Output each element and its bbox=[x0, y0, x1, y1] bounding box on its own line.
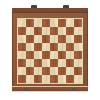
square-g6[interactable] bbox=[66, 35, 74, 43]
square-d1[interactable] bbox=[42, 75, 50, 83]
square-e2[interactable] bbox=[50, 67, 58, 75]
square-f1[interactable] bbox=[58, 75, 66, 83]
square-b8[interactable] bbox=[26, 19, 34, 27]
square-f3[interactable] bbox=[58, 59, 66, 67]
square-h3[interactable] bbox=[74, 59, 82, 67]
square-h2[interactable] bbox=[74, 67, 82, 75]
square-d4[interactable] bbox=[42, 51, 50, 59]
board-grid bbox=[17, 18, 83, 84]
square-d3[interactable] bbox=[42, 59, 50, 67]
square-g4[interactable] bbox=[66, 51, 74, 59]
square-b1[interactable] bbox=[26, 75, 34, 83]
square-h6[interactable] bbox=[74, 35, 82, 43]
square-c7[interactable] bbox=[34, 27, 42, 35]
square-c1[interactable] bbox=[34, 75, 42, 83]
square-a3[interactable] bbox=[18, 59, 26, 67]
square-a5[interactable] bbox=[18, 43, 26, 51]
square-a4[interactable] bbox=[18, 51, 26, 59]
square-f5[interactable] bbox=[58, 43, 66, 51]
square-h5[interactable] bbox=[74, 43, 82, 51]
square-d2[interactable] bbox=[42, 67, 50, 75]
square-e5[interactable] bbox=[50, 43, 58, 51]
square-f7[interactable] bbox=[58, 27, 66, 35]
square-b5[interactable] bbox=[26, 43, 34, 51]
square-c3[interactable] bbox=[34, 59, 42, 67]
clasp-left-icon bbox=[24, 88, 28, 91]
chess-board bbox=[12, 8, 88, 91]
square-e3[interactable] bbox=[50, 59, 58, 67]
square-f6[interactable] bbox=[58, 35, 66, 43]
square-e7[interactable] bbox=[50, 27, 58, 35]
square-b3[interactable] bbox=[26, 59, 34, 67]
square-b6[interactable] bbox=[26, 35, 34, 43]
square-f2[interactable] bbox=[58, 67, 66, 75]
square-d5[interactable] bbox=[42, 43, 50, 51]
square-b4[interactable] bbox=[26, 51, 34, 59]
square-g5[interactable] bbox=[66, 43, 74, 51]
square-g2[interactable] bbox=[66, 67, 74, 75]
square-c2[interactable] bbox=[34, 67, 42, 75]
square-e1[interactable] bbox=[50, 75, 58, 83]
square-h4[interactable] bbox=[74, 51, 82, 59]
square-a1[interactable] bbox=[18, 75, 26, 83]
square-e6[interactable] bbox=[50, 35, 58, 43]
square-a7[interactable] bbox=[18, 27, 26, 35]
square-g3[interactable] bbox=[66, 59, 74, 67]
clasp-right-icon bbox=[72, 88, 76, 91]
screenshot-canvas bbox=[0, 0, 100, 100]
square-b7[interactable] bbox=[26, 27, 34, 35]
square-g1[interactable] bbox=[66, 75, 74, 83]
square-d8[interactable] bbox=[42, 19, 50, 27]
square-e8[interactable] bbox=[50, 19, 58, 27]
square-b2[interactable] bbox=[26, 67, 34, 75]
square-h1[interactable] bbox=[74, 75, 82, 83]
square-g8[interactable] bbox=[66, 19, 74, 27]
square-h8[interactable] bbox=[74, 19, 82, 27]
square-h7[interactable] bbox=[74, 27, 82, 35]
square-a6[interactable] bbox=[18, 35, 26, 43]
square-a2[interactable] bbox=[18, 67, 26, 75]
board-back-edge bbox=[12, 8, 88, 13]
square-a8[interactable] bbox=[18, 19, 26, 27]
square-c5[interactable] bbox=[34, 43, 42, 51]
square-d7[interactable] bbox=[42, 27, 50, 35]
square-f4[interactable] bbox=[58, 51, 66, 59]
square-c6[interactable] bbox=[34, 35, 42, 43]
square-c8[interactable] bbox=[34, 19, 42, 27]
square-d6[interactable] bbox=[42, 35, 50, 43]
square-e4[interactable] bbox=[50, 51, 58, 59]
square-f8[interactable] bbox=[58, 19, 66, 27]
square-c4[interactable] bbox=[34, 51, 42, 59]
square-g7[interactable] bbox=[66, 27, 74, 35]
